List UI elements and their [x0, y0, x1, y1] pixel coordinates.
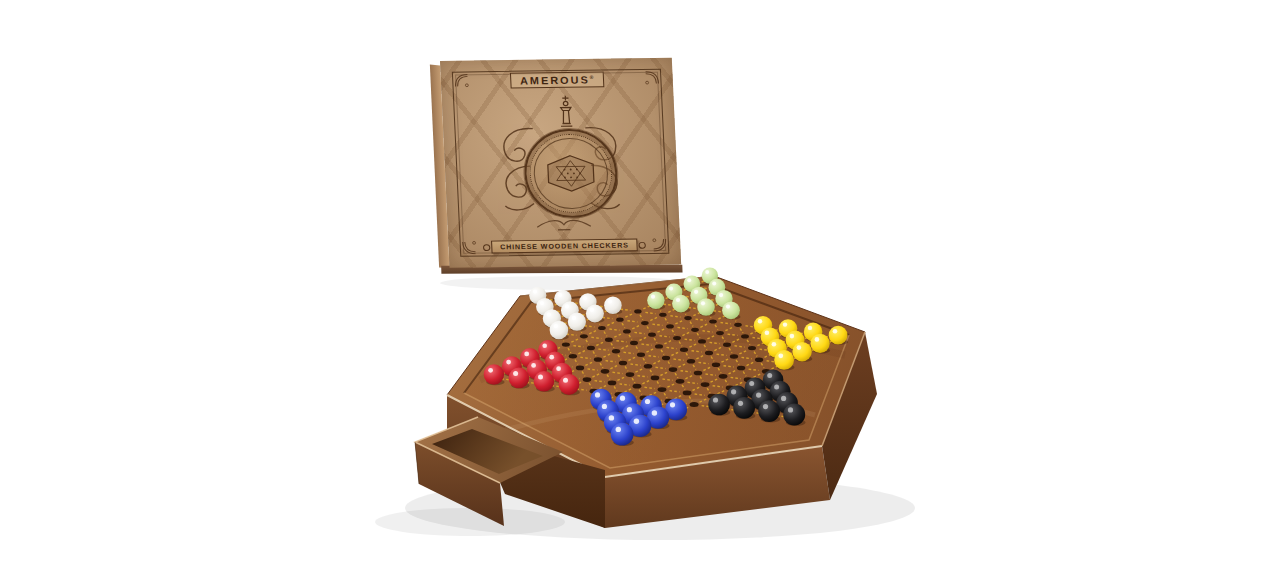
marble-highlight: [620, 396, 625, 401]
corner-ornament-icon: [642, 71, 659, 87]
hole[interactable]: [616, 318, 624, 322]
marble-highlight: [705, 270, 709, 274]
hole[interactable]: [694, 371, 703, 376]
marble-highlight: [549, 355, 554, 360]
hole[interactable]: [637, 352, 645, 357]
corner-ornament-icon: [650, 236, 667, 252]
hole[interactable]: [690, 402, 699, 407]
marble-highlight: [790, 334, 795, 339]
marble-black[interactable]: [708, 394, 730, 416]
marble-green[interactable]: [672, 295, 690, 313]
brand-plate: AMEROUS®: [509, 71, 604, 88]
hole[interactable]: [669, 367, 677, 372]
marble-highlight: [712, 282, 716, 286]
marble-highlight: [542, 343, 547, 348]
marble-highlight: [533, 290, 537, 294]
hole[interactable]: [598, 326, 606, 330]
product-photo: AMEROUS®: [0, 0, 1280, 585]
hole[interactable]: [583, 377, 592, 382]
box-front: AMEROUS®: [440, 58, 681, 268]
marble-highlight: [788, 407, 793, 412]
marble-green[interactable]: [647, 292, 664, 309]
hole[interactable]: [709, 319, 717, 323]
hole[interactable]: [698, 339, 706, 343]
marble-highlight: [676, 298, 680, 302]
marble-highlight: [572, 316, 576, 320]
hole[interactable]: [623, 329, 631, 333]
marble-yellow[interactable]: [774, 350, 794, 370]
marble-highlight: [767, 373, 772, 378]
marble-red[interactable]: [534, 371, 555, 392]
marble-yellow[interactable]: [792, 342, 811, 361]
marble-green[interactable]: [722, 301, 740, 319]
hole[interactable]: [626, 372, 635, 377]
marble-highlight: [701, 301, 705, 305]
marble-white[interactable]: [568, 313, 586, 331]
marble-highlight: [749, 381, 754, 386]
box-title: CHINESE WOODEN CHECKERS: [500, 242, 629, 251]
corner-ornament-icon: [454, 73, 471, 89]
hole[interactable]: [630, 341, 638, 345]
marble-highlight: [524, 352, 529, 357]
emblem-board-icon: [540, 152, 602, 194]
brand-logo: AMEROUS: [520, 74, 590, 87]
marble-highlight: [781, 396, 786, 401]
marble-highlight: [758, 319, 762, 323]
marble-highlight: [563, 378, 568, 383]
marble-highlight: [556, 366, 561, 371]
hole[interactable]: [569, 354, 577, 359]
hole[interactable]: [655, 344, 663, 348]
hole[interactable]: [658, 387, 667, 392]
corner-ornament-icon: [462, 239, 479, 255]
hole[interactable]: [719, 374, 728, 379]
hole[interactable]: [737, 366, 745, 371]
marble-highlight: [645, 399, 650, 404]
hole[interactable]: [676, 379, 685, 384]
hole[interactable]: [716, 331, 724, 335]
marble-highlight: [694, 290, 698, 294]
hole[interactable]: [723, 343, 731, 347]
hole[interactable]: [580, 334, 588, 338]
hole[interactable]: [734, 323, 742, 327]
marble-highlight: [513, 371, 518, 376]
hole[interactable]: [576, 366, 584, 371]
crown-icon: [553, 94, 579, 130]
hole[interactable]: [705, 351, 713, 355]
marble-yellow[interactable]: [829, 326, 848, 345]
hole[interactable]: [594, 357, 602, 362]
marble-red[interactable]: [484, 364, 504, 384]
hole[interactable]: [662, 356, 670, 361]
marble-highlight: [783, 322, 787, 326]
marble-highlight: [554, 324, 558, 328]
marble-highlight: [616, 427, 621, 432]
marble-highlight: [670, 402, 675, 407]
marble-highlight: [538, 374, 543, 379]
product-box: AMEROUS®: [440, 58, 681, 268]
marble-highlight: [763, 404, 768, 409]
hole[interactable]: [651, 376, 660, 381]
marble-yellow[interactable]: [811, 334, 830, 353]
marble-highlight: [765, 331, 770, 336]
marble-highlight: [808, 326, 812, 330]
hole[interactable]: [634, 309, 641, 313]
bottom-flourish-icon: [532, 216, 595, 233]
hole[interactable]: [687, 359, 695, 364]
marble-highlight: [669, 287, 673, 291]
marble-white[interactable]: [586, 305, 604, 323]
marble-highlight: [609, 415, 614, 420]
marble-highlight: [634, 419, 639, 424]
marble-highlight: [731, 389, 736, 394]
brand-trademark: ®: [590, 74, 594, 80]
marble-highlight: [602, 404, 607, 409]
box-title-banner: CHINESE WOODEN CHECKERS: [490, 238, 638, 253]
hole[interactable]: [666, 324, 674, 328]
marble-highlight: [833, 329, 838, 334]
marble-highlight: [652, 410, 657, 415]
hole[interactable]: [712, 362, 720, 367]
marble-white[interactable]: [604, 296, 622, 314]
hole[interactable]: [701, 382, 710, 387]
marble-red[interactable]: [559, 374, 580, 395]
hole[interactable]: [673, 336, 681, 340]
hole[interactable]: [587, 346, 595, 350]
marble-highlight: [778, 353, 783, 358]
marble-highlight: [772, 342, 777, 347]
marble-black[interactable]: [758, 400, 780, 422]
hole[interactable]: [659, 313, 666, 317]
marble-highlight: [583, 296, 587, 300]
hole[interactable]: [691, 328, 699, 332]
marble-highlight: [595, 392, 600, 397]
marble-highlight: [547, 312, 551, 316]
marble-highlight: [627, 407, 632, 412]
marble-highlight: [719, 293, 723, 297]
marble-red[interactable]: [509, 368, 530, 389]
hole[interactable]: [605, 338, 613, 342]
marble-highlight: [488, 368, 493, 373]
marble-highlight: [713, 397, 718, 402]
hole[interactable]: [641, 321, 649, 325]
hole[interactable]: [684, 316, 692, 320]
marble-highlight: [651, 295, 655, 299]
hole[interactable]: [619, 361, 627, 366]
hole[interactable]: [755, 357, 763, 362]
hole[interactable]: [748, 346, 756, 350]
hole[interactable]: [601, 369, 609, 374]
marble-highlight: [756, 393, 761, 398]
hole[interactable]: [730, 354, 738, 359]
marble-highlight: [738, 401, 743, 406]
hole[interactable]: [683, 390, 692, 395]
marble-blue[interactable]: [611, 423, 634, 446]
hole[interactable]: [633, 384, 642, 389]
marble-highlight: [687, 278, 691, 282]
marble-black[interactable]: [783, 404, 805, 426]
marble-green[interactable]: [697, 298, 715, 316]
marble-highlight: [531, 363, 536, 368]
hole[interactable]: [680, 347, 688, 351]
marble-highlight: [797, 345, 802, 350]
marble-highlight: [815, 337, 820, 342]
marble-highlight: [540, 301, 544, 305]
marble-highlight: [608, 299, 612, 303]
marble-highlight: [726, 305, 730, 309]
marble-highlight: [558, 293, 562, 297]
marble-black[interactable]: [733, 397, 755, 419]
marble-highlight: [506, 360, 511, 365]
hole[interactable]: [562, 342, 570, 346]
hole[interactable]: [608, 381, 617, 386]
marble-highlight: [565, 304, 569, 308]
hole[interactable]: [644, 364, 652, 369]
marble-highlight: [774, 384, 779, 389]
marble-white[interactable]: [550, 321, 569, 340]
hole[interactable]: [648, 333, 656, 337]
hole[interactable]: [741, 334, 749, 338]
marble-highlight: [590, 308, 594, 312]
hole[interactable]: [612, 349, 620, 353]
